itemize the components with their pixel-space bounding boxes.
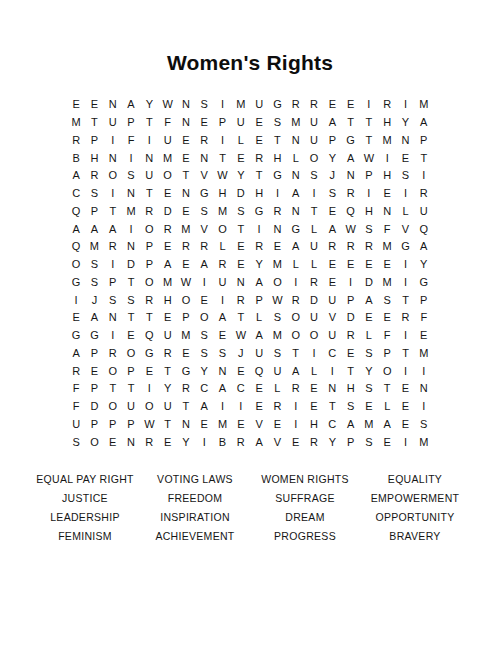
grid-cell: T — [177, 398, 195, 416]
grid-cell: I — [104, 185, 122, 203]
grid-cell: R — [378, 96, 396, 114]
grid-cell: O — [140, 274, 158, 292]
grid-cell: O — [67, 256, 85, 274]
grid-cell: T — [85, 114, 103, 132]
grid-cell: G — [415, 274, 433, 292]
grid-cell: W — [177, 274, 195, 292]
grid-cell: I — [67, 291, 85, 309]
grid-cell: P — [341, 291, 359, 309]
grid-cell: O — [213, 220, 231, 238]
grid-cell: O — [104, 398, 122, 416]
grid-cell: Y — [232, 167, 250, 185]
puzzle-title: Women's Rights — [0, 51, 500, 75]
grid-cell: U — [158, 398, 176, 416]
grid-cell: I — [232, 398, 250, 416]
grid-cell: E — [396, 398, 414, 416]
grid-cell: M — [378, 132, 396, 150]
grid-cell: D — [85, 398, 103, 416]
grid-cell: N — [122, 238, 140, 256]
grid-cell: R — [140, 433, 158, 451]
grid-cell: S — [195, 327, 213, 345]
grid-cell: Y — [158, 380, 176, 398]
grid-cell: A — [67, 167, 85, 185]
word-list-item: FREEDOM — [140, 489, 250, 508]
grid-cell: I — [305, 185, 323, 203]
grid-cell: E — [67, 96, 85, 114]
grid-cell: E — [378, 433, 396, 451]
grid-cell: H — [158, 291, 176, 309]
grid-cell: F — [378, 220, 396, 238]
grid-cell: A — [287, 362, 305, 380]
grid-cell: M — [158, 149, 176, 167]
grid-cell: R — [360, 238, 378, 256]
grid-cell: I — [415, 362, 433, 380]
grid-cell: I — [213, 398, 231, 416]
grid-cell: Q — [341, 203, 359, 221]
grid-cell: P — [85, 132, 103, 150]
grid-cell: A — [85, 220, 103, 238]
grid-cell: W — [213, 167, 231, 185]
grid-cell: A — [287, 238, 305, 256]
grid-cell: P — [360, 167, 378, 185]
grid-cell: P — [85, 203, 103, 221]
grid-cell: O — [378, 362, 396, 380]
grid-cell: C — [232, 380, 250, 398]
grid-cell: W — [140, 416, 158, 434]
grid-cell: Y — [323, 433, 341, 451]
grid-cell: V — [250, 416, 268, 434]
grid-cell: T — [360, 114, 378, 132]
grid-cell: U — [323, 327, 341, 345]
grid-cell: P — [323, 132, 341, 150]
grid-cell: T — [122, 309, 140, 327]
grid-cell: Y — [415, 256, 433, 274]
grid-cell: R — [305, 274, 323, 292]
grid-cell: H — [85, 149, 103, 167]
grid-cell: E — [287, 433, 305, 451]
grid-cell: T — [341, 362, 359, 380]
grid-cell: E — [268, 238, 286, 256]
grid-cell: F — [67, 380, 85, 398]
word-list-item: WOMEN RIGHTS — [250, 470, 360, 489]
grid-cell: E — [250, 380, 268, 398]
grid-cell: L — [305, 256, 323, 274]
grid-cell: G — [268, 96, 286, 114]
grid-cell: M — [213, 203, 231, 221]
grid-cell: W — [341, 220, 359, 238]
grid-cell: E — [268, 416, 286, 434]
grid-cell: E — [323, 256, 341, 274]
grid-cell: L — [213, 238, 231, 256]
grid-cell: S — [268, 309, 286, 327]
grid-cell: O — [305, 327, 323, 345]
grid-cell: A — [323, 220, 341, 238]
grid-cell: P — [104, 274, 122, 292]
grid-cell: P — [341, 433, 359, 451]
grid-cell: I — [396, 96, 414, 114]
grid-cell: S — [396, 167, 414, 185]
word-list-item: INSPIRATION — [140, 508, 250, 527]
grid-cell: E — [396, 416, 414, 434]
grid-cell: A — [67, 345, 85, 363]
grid-cell: T — [250, 167, 268, 185]
grid-cell: U — [104, 114, 122, 132]
grid-cell: F — [67, 398, 85, 416]
grid-cell: M — [415, 433, 433, 451]
grid-cell: R — [195, 238, 213, 256]
grid-cell: I — [287, 398, 305, 416]
grid-cell: R — [67, 132, 85, 150]
grid-cell: E — [158, 433, 176, 451]
grid-cell: W — [268, 291, 286, 309]
grid-cell: E — [305, 380, 323, 398]
grid-cell: S — [305, 167, 323, 185]
grid-cell: Q — [140, 327, 158, 345]
grid-cell: T — [158, 362, 176, 380]
grid-cell: R — [104, 238, 122, 256]
grid-cell: E — [341, 256, 359, 274]
grid-cell: I — [305, 345, 323, 363]
grid-cell: Y — [323, 149, 341, 167]
grid-cell: U — [305, 309, 323, 327]
grid-cell: E — [360, 398, 378, 416]
grid-cell: T — [378, 380, 396, 398]
grid-cell: Y — [140, 96, 158, 114]
grid-cell: E — [67, 309, 85, 327]
grid-cell: S — [122, 291, 140, 309]
grid-cell: E — [177, 132, 195, 150]
grid-cell: O — [268, 274, 286, 292]
grid-cell: C — [195, 380, 213, 398]
grid-cell: M — [67, 114, 85, 132]
grid-cell: M — [378, 238, 396, 256]
grid-cell: S — [360, 345, 378, 363]
grid-cell: E — [378, 185, 396, 203]
grid-cell: P — [85, 345, 103, 363]
grid-cell: P — [250, 291, 268, 309]
grid-cell: E — [341, 345, 359, 363]
grid-cell: E — [396, 380, 414, 398]
grid-cell: I — [250, 220, 268, 238]
grid-cell: R — [341, 185, 359, 203]
grid-cell: Q — [415, 220, 433, 238]
grid-cell: R — [213, 256, 231, 274]
grid-cell: S — [232, 203, 250, 221]
grid-cell: L — [250, 309, 268, 327]
grid-cell: S — [268, 114, 286, 132]
word-list-item: LEADERSHIP — [30, 508, 140, 527]
grid-cell: E — [158, 238, 176, 256]
grid-cell: R — [177, 380, 195, 398]
grid-cell: I — [396, 185, 414, 203]
grid-cell: M — [415, 96, 433, 114]
word-list-item: EQUAL PAY RIGHT — [30, 470, 140, 489]
grid-cell: G — [341, 132, 359, 150]
grid-cell: M — [158, 274, 176, 292]
grid-cell: E — [122, 327, 140, 345]
grid-cell: A — [195, 256, 213, 274]
grid-cell: S — [195, 203, 213, 221]
grid-cell: N — [104, 309, 122, 327]
grid-cell: W — [360, 149, 378, 167]
grid-cell: G — [268, 167, 286, 185]
grid-cell: P — [177, 309, 195, 327]
grid-cell: I — [341, 274, 359, 292]
grid-cell: S — [360, 380, 378, 398]
grid-cell: E — [195, 416, 213, 434]
grid-cell: A — [250, 327, 268, 345]
grid-cell: T — [415, 149, 433, 167]
grid-cell: R — [268, 398, 286, 416]
grid-cell: B — [67, 149, 85, 167]
grid-cell: I — [140, 380, 158, 398]
grid-cell: I — [268, 185, 286, 203]
grid-cell: A — [287, 185, 305, 203]
grid-cell: U — [213, 274, 231, 292]
grid-cell: E — [250, 132, 268, 150]
grid-cell: Q — [250, 362, 268, 380]
grid-cell: I — [104, 256, 122, 274]
grid-cell: L — [287, 149, 305, 167]
grid-cell: V — [323, 309, 341, 327]
grid-cell: M — [232, 96, 250, 114]
grid-cell: O — [305, 149, 323, 167]
grid-cell: I — [396, 433, 414, 451]
grid-cell: U — [158, 132, 176, 150]
word-list-item: SUFFRAGE — [250, 489, 360, 508]
grid-cell: R — [232, 433, 250, 451]
grid-cell: R — [158, 220, 176, 238]
grid-cell: S — [378, 291, 396, 309]
grid-cell: E — [195, 291, 213, 309]
grid-cell: E — [177, 345, 195, 363]
grid-cell: T — [140, 114, 158, 132]
grid-cell: Y — [195, 362, 213, 380]
grid-cell: E — [85, 362, 103, 380]
grid-cell: E — [305, 398, 323, 416]
grid-cell: S — [67, 433, 85, 451]
grid-cell: J — [232, 345, 250, 363]
grid-cell: S — [360, 220, 378, 238]
grid-cell: S — [268, 345, 286, 363]
grid-cell: S — [122, 167, 140, 185]
grid-cell: T — [213, 149, 231, 167]
grid-cell: P — [415, 291, 433, 309]
grid-cell: E — [195, 114, 213, 132]
grid-cell: I — [104, 132, 122, 150]
grid-cell: H — [341, 380, 359, 398]
grid-cell: E — [232, 238, 250, 256]
grid-cell: M — [122, 203, 140, 221]
grid-cell: U — [268, 362, 286, 380]
grid-cell: E — [104, 433, 122, 451]
grid-cell: A — [341, 416, 359, 434]
grid-cell: C — [323, 345, 341, 363]
grid-cell: H — [378, 167, 396, 185]
grid-cell: I — [396, 327, 414, 345]
grid-cell: A — [415, 238, 433, 256]
grid-cell: N — [104, 149, 122, 167]
grid-cell: N — [195, 149, 213, 167]
grid-cell: P — [122, 416, 140, 434]
grid-cell: T — [287, 345, 305, 363]
grid-cell: E — [378, 309, 396, 327]
grid-cell: L — [305, 362, 323, 380]
grid-cell: O — [140, 398, 158, 416]
grid-cell: E — [341, 96, 359, 114]
grid-cell: N — [378, 203, 396, 221]
grid-cell: D — [122, 256, 140, 274]
grid-cell: R — [415, 185, 433, 203]
grid-cell: L — [305, 220, 323, 238]
grid-cell: R — [287, 380, 305, 398]
grid-cell: A — [122, 96, 140, 114]
grid-cell: R — [85, 167, 103, 185]
grid-cell: E — [360, 256, 378, 274]
grid-cell: S — [213, 345, 231, 363]
grid-cell: J — [85, 291, 103, 309]
grid-cell: E — [396, 149, 414, 167]
grid-cell: B — [213, 433, 231, 451]
grid-cell: T — [323, 398, 341, 416]
grid-cell: A — [323, 114, 341, 132]
grid-cell: E — [250, 114, 268, 132]
grid-cell: P — [85, 416, 103, 434]
grid-cell: U — [158, 327, 176, 345]
grid-cell: R — [287, 96, 305, 114]
grid-cell: D — [341, 309, 359, 327]
grid-cell: I — [287, 274, 305, 292]
grid-cell: R — [232, 291, 250, 309]
grid-cell: H — [378, 114, 396, 132]
grid-cell: S — [85, 256, 103, 274]
grid-cell: P — [415, 132, 433, 150]
grid-cell: S — [85, 274, 103, 292]
grid-cell: A — [360, 291, 378, 309]
grid-cell: I — [396, 256, 414, 274]
grid-cell: P — [378, 345, 396, 363]
grid-cell: L — [268, 380, 286, 398]
grid-cell: O — [287, 327, 305, 345]
grid-cell: G — [67, 274, 85, 292]
grid-cell: S — [195, 345, 213, 363]
grid-cell: A — [158, 256, 176, 274]
grid-cell: F — [122, 132, 140, 150]
grid-cell: T — [122, 380, 140, 398]
grid-cell: O — [177, 291, 195, 309]
grid-cell: I — [122, 220, 140, 238]
grid-cell: F — [415, 309, 433, 327]
grid-cell: O — [140, 220, 158, 238]
grid-cell: I — [195, 433, 213, 451]
grid-cell: I — [104, 327, 122, 345]
grid-cell: I — [287, 416, 305, 434]
grid-cell: F — [378, 327, 396, 345]
grid-cell: R — [140, 291, 158, 309]
grid-cell: M — [177, 327, 195, 345]
grid-cell: T — [360, 132, 378, 150]
grid-cell: T — [122, 274, 140, 292]
grid-cell: T — [232, 220, 250, 238]
grid-cell: U — [250, 96, 268, 114]
word-search-grid: EENAYWNSIMUGRREEIRIMMTUPTFNEPUESMUATTHYA… — [67, 96, 433, 451]
grid-cell: G — [177, 362, 195, 380]
grid-cell: T — [232, 309, 250, 327]
grid-cell: N — [122, 185, 140, 203]
grid-cell: T — [341, 114, 359, 132]
grid-cell: O — [104, 362, 122, 380]
grid-cell: W — [158, 96, 176, 114]
grid-cell: U — [122, 398, 140, 416]
grid-cell: A — [341, 149, 359, 167]
grid-cell: P — [85, 380, 103, 398]
grid-cell: Q — [67, 238, 85, 256]
grid-cell: V — [195, 220, 213, 238]
grid-cell: N — [177, 416, 195, 434]
grid-cell: E — [232, 416, 250, 434]
grid-cell: N — [177, 114, 195, 132]
grid-cell: N — [268, 220, 286, 238]
grid-cell: T — [177, 167, 195, 185]
grid-cell: N — [104, 96, 122, 114]
grid-cell: E — [232, 149, 250, 167]
grid-cell: N — [341, 167, 359, 185]
grid-cell: H — [268, 149, 286, 167]
grid-cell: F — [158, 114, 176, 132]
grid-cell: A — [85, 309, 103, 327]
grid-cell: L — [232, 132, 250, 150]
grid-cell: M — [213, 416, 231, 434]
grid-cell: E — [250, 398, 268, 416]
grid-cell: I — [323, 362, 341, 380]
grid-cell: D — [158, 203, 176, 221]
grid-cell: O — [122, 345, 140, 363]
grid-cell: A — [250, 274, 268, 292]
grid-cell: P — [140, 238, 158, 256]
word-list-item: DREAM — [250, 508, 360, 527]
grid-cell: S — [341, 398, 359, 416]
grid-cell: L — [287, 256, 305, 274]
grid-cell: S — [415, 416, 433, 434]
grid-cell: S — [360, 433, 378, 451]
word-list-item: EMPOWERMENT — [360, 489, 470, 508]
grid-cell: O — [104, 167, 122, 185]
grid-cell: N — [213, 362, 231, 380]
grid-cell: P — [104, 416, 122, 434]
grid-cell: I — [396, 362, 414, 380]
grid-cell: M — [415, 345, 433, 363]
grid-cell: R — [268, 203, 286, 221]
grid-cell: I — [213, 132, 231, 150]
grid-cell: E — [158, 185, 176, 203]
grid-cell: A — [195, 398, 213, 416]
grid-cell: C — [67, 185, 85, 203]
grid-cell: G — [287, 220, 305, 238]
grid-cell: S — [195, 96, 213, 114]
grid-cell: N — [415, 380, 433, 398]
grid-cell: W — [232, 327, 250, 345]
grid-cell: E — [323, 274, 341, 292]
grid-cell: D — [305, 291, 323, 309]
grid-cell: L — [360, 327, 378, 345]
grid-cell: T — [396, 291, 414, 309]
grid-cell: R — [177, 238, 195, 256]
grid-cell: R — [67, 362, 85, 380]
grid-cell: T — [158, 416, 176, 434]
word-search-page: Women's Rights EENAYWNSIMUGRREEIRIMMTUPT… — [0, 0, 500, 647]
grid-cell: R — [305, 96, 323, 114]
grid-cell: G — [67, 327, 85, 345]
